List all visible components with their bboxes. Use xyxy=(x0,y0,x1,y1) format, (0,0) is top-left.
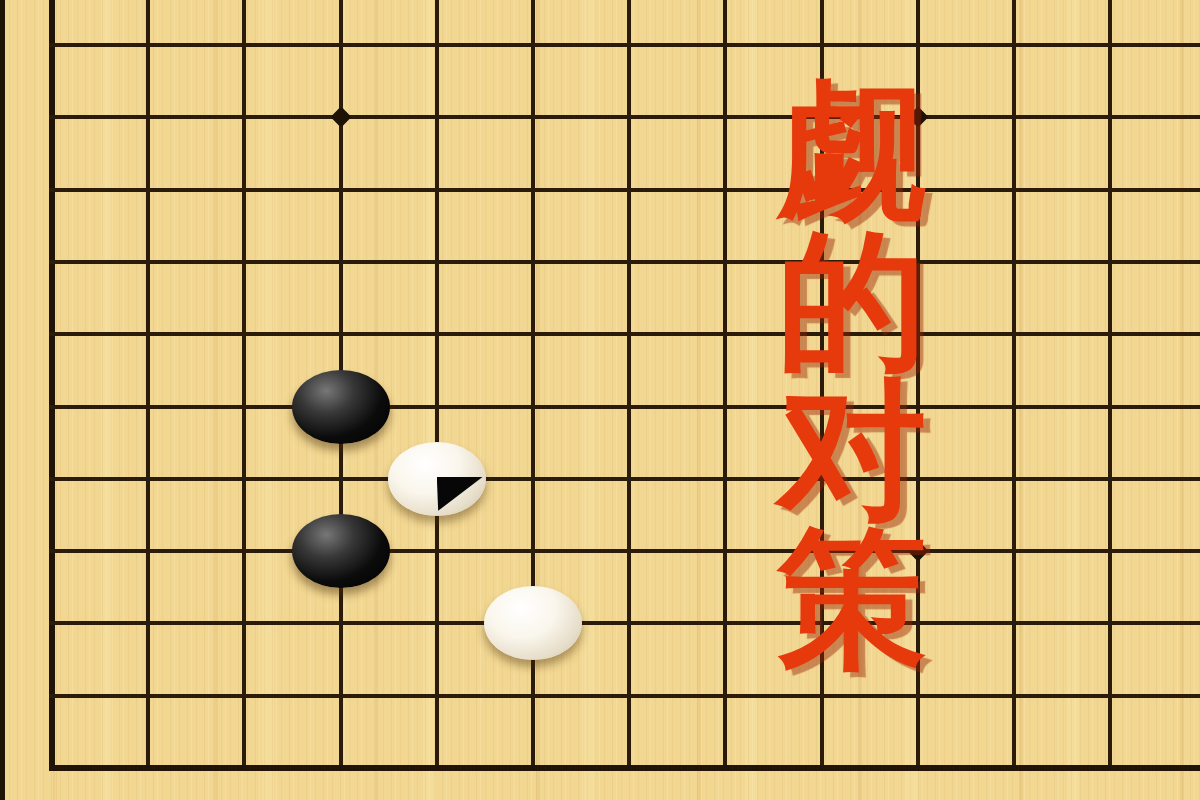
star-point xyxy=(330,107,351,128)
go-app-screenshot: 觑 的 对 策 xyxy=(0,0,1200,800)
title-char-2: 的 xyxy=(777,227,927,376)
stone-black-d6[interactable] xyxy=(292,370,390,444)
grid-line-horizontal xyxy=(49,621,1200,625)
grid-line-horizontal xyxy=(49,332,1200,336)
title-vertical: 觑 的 对 策 xyxy=(772,78,932,674)
grid-line-horizontal xyxy=(49,765,1200,771)
grid-line-horizontal xyxy=(49,694,1200,698)
grid-line-horizontal xyxy=(49,188,1200,192)
grid-line-horizontal xyxy=(49,260,1200,264)
stone-white-e5[interactable] xyxy=(388,442,486,516)
title-char-3: 对 xyxy=(777,376,927,525)
grid-line-horizontal xyxy=(49,549,1200,553)
grid-line-horizontal xyxy=(49,115,1200,119)
title-char-4: 策 xyxy=(777,525,927,674)
last-move-triangle-marker xyxy=(437,477,483,511)
grid-line-horizontal xyxy=(49,477,1200,481)
go-board[interactable] xyxy=(0,0,1200,800)
stone-black-d4[interactable] xyxy=(292,514,390,588)
grid-line-horizontal xyxy=(49,43,1200,47)
grid-line-horizontal xyxy=(49,405,1200,409)
stone-white-f3[interactable] xyxy=(484,586,582,660)
title-char-1: 觑 xyxy=(777,78,927,227)
